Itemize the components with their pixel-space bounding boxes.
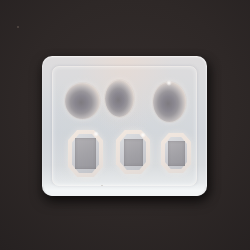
photo-backdrop <box>0 0 250 250</box>
oval-gem-cavity <box>105 80 134 117</box>
cavity-emerald-bottom-left <box>68 130 103 177</box>
silicone-gem-mold <box>42 56 207 196</box>
cavity-oval-top-right <box>153 82 186 122</box>
emerald-cavity-table <box>124 139 143 166</box>
cavity-emerald-bottom-right <box>161 133 191 173</box>
emerald-cavity-table <box>75 138 96 169</box>
oval-gem-cavity <box>65 83 100 119</box>
cavity-oval-top-middle <box>105 80 134 117</box>
cavity-emerald-bottom-middle <box>116 130 150 174</box>
cavity-layer <box>42 56 207 196</box>
emerald-cavity-table <box>168 141 185 166</box>
oval-gem-cavity <box>153 82 186 122</box>
cavity-oval-top-left <box>65 83 100 119</box>
